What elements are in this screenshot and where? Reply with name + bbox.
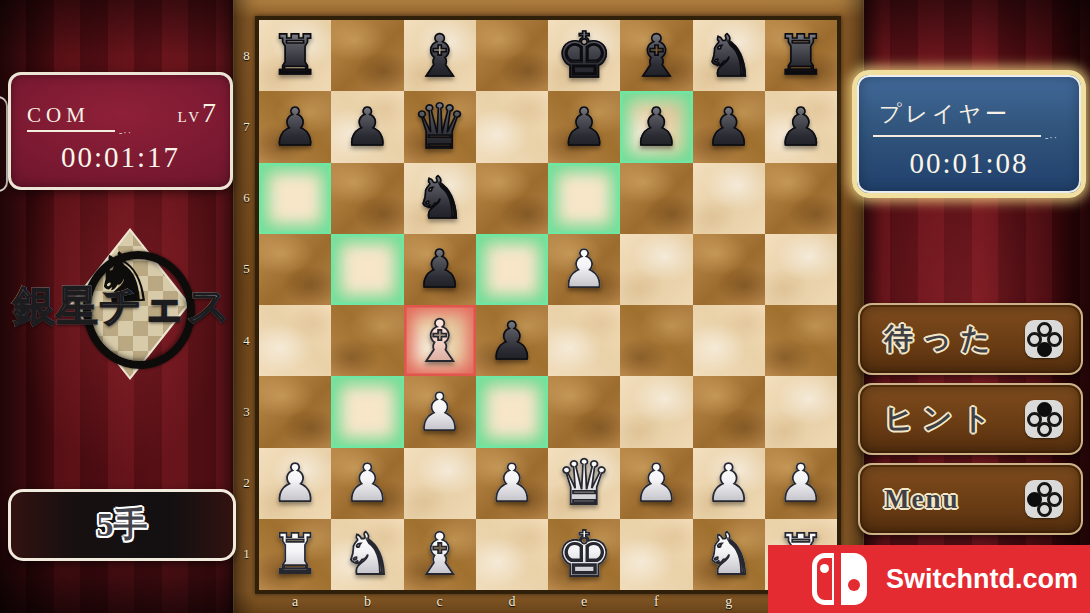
square-d8[interactable] <box>476 20 548 91</box>
left-edge-panel-fragment <box>0 96 8 192</box>
rank-label-4: 4 <box>236 305 257 376</box>
square-g1[interactable]: ♞ <box>693 519 765 590</box>
square-f1[interactable] <box>620 519 692 590</box>
file-label-b: b <box>331 590 403 613</box>
move-counter: 5手 <box>11 492 233 558</box>
square-g7[interactable]: ♟ <box>693 91 765 162</box>
square-c7[interactable]: ♛ <box>404 91 476 162</box>
piece-black-pawn: ♟ <box>561 101 608 153</box>
square-a5[interactable] <box>259 234 331 305</box>
square-a3[interactable] <box>259 376 331 447</box>
piece-white-knight: ♞ <box>341 525 393 583</box>
piece-black-pawn: ♟ <box>272 101 319 153</box>
square-h4[interactable] <box>765 305 837 376</box>
square-h8[interactable]: ♜ <box>765 20 837 91</box>
piece-white-pawn: ♟ <box>561 243 608 295</box>
com-time: 00:01:17 <box>11 141 230 174</box>
square-b5[interactable] <box>331 234 403 305</box>
rank-label-2: 2 <box>236 448 257 519</box>
piece-white-pawn: ♟ <box>633 457 680 509</box>
square-a4[interactable] <box>259 305 331 376</box>
square-e3[interactable] <box>548 376 620 447</box>
square-f7[interactable]: ♟ <box>620 91 692 162</box>
piece-black-bishop: ♝ <box>630 27 682 85</box>
square-a7[interactable]: ♟ <box>259 91 331 162</box>
com-label: COM <box>27 103 90 128</box>
game-logo: ♞ 銀星チェス <box>0 225 245 390</box>
piece-black-rook: ♜ <box>270 28 319 83</box>
square-a6[interactable] <box>259 163 331 234</box>
piece-black-rook: ♜ <box>776 28 825 83</box>
piece-white-king: ♚ <box>556 523 612 586</box>
piece-black-knight: ♞ <box>414 169 466 227</box>
square-e7[interactable]: ♟ <box>548 91 620 162</box>
square-c6[interactable]: ♞ <box>404 163 476 234</box>
rank-label-7: 7 <box>236 91 257 162</box>
com-clock-panel: COM LV7 -·· 00:01:17 <box>8 72 233 190</box>
square-c2[interactable] <box>404 448 476 519</box>
com-underline <box>27 130 115 132</box>
square-d6[interactable] <box>476 163 548 234</box>
piece-white-pawn: ♟ <box>272 457 319 509</box>
file-label-g: g <box>693 590 765 613</box>
piece-black-pawn: ♟ <box>489 315 536 367</box>
menu-button-label: Menu <box>884 465 960 533</box>
square-a2[interactable]: ♟ <box>259 448 331 519</box>
chess-board: ♜♝♚♝♞♜♟♟♛♟♟♟♟♞♟♟♝♟♟♟♟♟♛♟♟♟♜♞♝♚♞♜ <box>259 20 837 590</box>
square-e8[interactable]: ♚ <box>548 20 620 91</box>
square-b3[interactable] <box>331 376 403 447</box>
piece-black-pawn: ♟ <box>416 243 463 295</box>
square-e1[interactable]: ♚ <box>548 519 620 590</box>
square-c8[interactable]: ♝ <box>404 20 476 91</box>
rank-label-8: 8 <box>236 20 257 91</box>
square-b8[interactable] <box>331 20 403 91</box>
square-d3[interactable] <box>476 376 548 447</box>
piece-black-king: ♚ <box>556 24 612 87</box>
watermark-text: Switchntd.com <box>886 564 1078 595</box>
square-f2[interactable]: ♟ <box>620 448 692 519</box>
player-underline <box>873 135 1041 137</box>
piece-white-bishop: ♝ <box>414 312 466 370</box>
square-b4[interactable] <box>331 305 403 376</box>
square-d2[interactable]: ♟ <box>476 448 548 519</box>
file-label-f: f <box>620 590 692 613</box>
square-c5[interactable]: ♟ <box>404 234 476 305</box>
controller-b-button-icon <box>1025 320 1063 358</box>
square-g8[interactable]: ♞ <box>693 20 765 91</box>
piece-black-queen: ♛ <box>412 96 468 158</box>
square-b2[interactable]: ♟ <box>331 448 403 519</box>
square-h2[interactable]: ♟ <box>765 448 837 519</box>
hint-button-label: ヒント <box>884 385 1000 453</box>
square-h7[interactable]: ♟ <box>765 91 837 162</box>
square-e5[interactable]: ♟ <box>548 234 620 305</box>
rank-label-3: 3 <box>236 376 257 447</box>
piece-black-pawn: ♟ <box>778 101 825 153</box>
square-g2[interactable]: ♟ <box>693 448 765 519</box>
piece-black-pawn: ♟ <box>633 101 680 153</box>
logo-title: 銀星チェス <box>6 278 238 334</box>
square-c3[interactable]: ♟ <box>404 376 476 447</box>
square-f8[interactable]: ♝ <box>620 20 692 91</box>
file-label-e: e <box>548 590 620 613</box>
player-label: プレイヤー <box>879 99 1011 129</box>
square-d1[interactable] <box>476 519 548 590</box>
square-g3[interactable] <box>693 376 765 447</box>
file-labels: abcdefgh <box>259 590 837 613</box>
watermark-banner: Switchntd.com <box>768 545 1090 613</box>
square-f3[interactable] <box>620 376 692 447</box>
piece-black-pawn: ♟ <box>705 101 752 153</box>
square-f6[interactable] <box>620 163 692 234</box>
undo-button[interactable]: 待った <box>858 303 1083 375</box>
square-d5[interactable] <box>476 234 548 305</box>
square-h6[interactable] <box>765 163 837 234</box>
file-label-d: d <box>476 590 548 613</box>
piece-white-pawn: ♟ <box>489 457 536 509</box>
player-underline-marks: -·· <box>1045 132 1058 143</box>
square-f4[interactable] <box>620 305 692 376</box>
nintendo-switch-icon <box>812 553 872 605</box>
rank-label-6: 6 <box>236 163 257 234</box>
file-label-a: a <box>259 590 331 613</box>
menu-button[interactable]: Menu <box>858 463 1083 535</box>
square-a1[interactable]: ♜ <box>259 519 331 590</box>
square-b6[interactable] <box>331 163 403 234</box>
controller-y-button-icon <box>1025 480 1063 518</box>
piece-white-knight: ♞ <box>703 525 755 583</box>
com-underline-marks: -·· <box>119 127 132 138</box>
square-e4[interactable] <box>548 305 620 376</box>
hint-button[interactable]: ヒント <box>858 383 1083 455</box>
piece-white-pawn: ♟ <box>344 457 391 509</box>
square-g4[interactable] <box>693 305 765 376</box>
square-f5[interactable] <box>620 234 692 305</box>
square-d7[interactable] <box>476 91 548 162</box>
square-h5[interactable] <box>765 234 837 305</box>
square-g6[interactable] <box>693 163 765 234</box>
square-e2[interactable]: ♛ <box>548 448 620 519</box>
square-g5[interactable] <box>693 234 765 305</box>
piece-white-pawn: ♟ <box>778 457 825 509</box>
rank-label-1: 1 <box>236 519 257 590</box>
controller-x-button-icon <box>1025 400 1063 438</box>
move-counter-panel: 5手 <box>8 489 236 561</box>
rank-label-5: 5 <box>236 234 257 305</box>
piece-black-pawn: ♟ <box>344 101 391 153</box>
square-b1[interactable]: ♞ <box>331 519 403 590</box>
player-clock-panel: プレイヤー -·· 00:01:08 <box>852 70 1086 198</box>
rank-labels: 87654321 <box>236 20 257 590</box>
undo-button-label: 待った <box>884 305 999 373</box>
piece-black-bishop: ♝ <box>414 27 466 85</box>
piece-black-knight: ♞ <box>703 27 755 85</box>
piece-white-rook: ♜ <box>270 527 319 582</box>
square-h3[interactable] <box>765 376 837 447</box>
square-c1[interactable]: ♝ <box>404 519 476 590</box>
com-level: LV7 <box>177 97 216 129</box>
file-label-c: c <box>404 590 476 613</box>
square-c4[interactable]: ♝ <box>404 305 476 376</box>
piece-white-pawn: ♟ <box>416 386 463 438</box>
square-a8[interactable]: ♜ <box>259 20 331 91</box>
square-e6[interactable] <box>548 163 620 234</box>
square-b7[interactable]: ♟ <box>331 91 403 162</box>
player-time: 00:01:08 <box>857 147 1081 180</box>
piece-white-queen: ♛ <box>556 452 612 514</box>
square-d4[interactable]: ♟ <box>476 305 548 376</box>
piece-white-bishop: ♝ <box>414 525 466 583</box>
game-screen: 87654321 abcdefgh ♜♝♚♝♞♜♟♟♛♟♟♟♟♞♟♟♝♟♟♟♟♟… <box>0 0 1090 613</box>
piece-white-pawn: ♟ <box>705 457 752 509</box>
